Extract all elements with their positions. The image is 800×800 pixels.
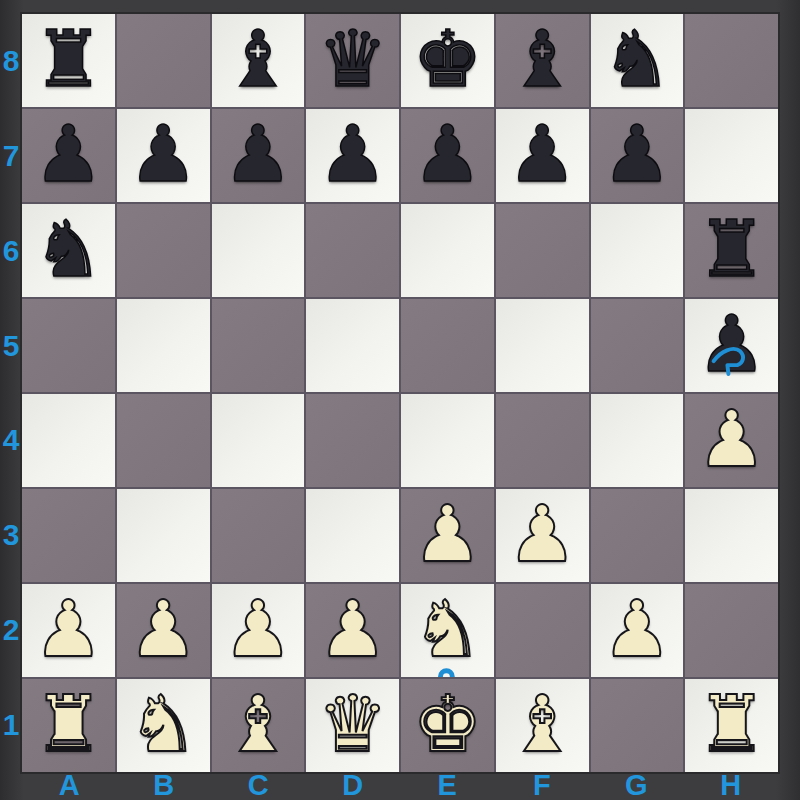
square-c7[interactable]: ♟ xyxy=(212,109,305,202)
square-b4[interactable] xyxy=(117,394,210,487)
square-c3[interactable] xyxy=(212,489,305,582)
piece-white-pawn[interactable]: ♟ xyxy=(318,590,388,668)
rank-label-3: 3 xyxy=(0,488,22,583)
piece-black-pawn[interactable]: ♟ xyxy=(223,115,293,193)
piece-black-queen[interactable]: ♛ xyxy=(318,20,388,98)
square-d3[interactable] xyxy=(306,489,399,582)
square-f8[interactable]: ♝ xyxy=(496,14,589,107)
square-c2[interactable]: ♟ xyxy=(212,584,305,677)
square-d8[interactable]: ♛ xyxy=(306,14,399,107)
piece-black-pawn[interactable]: ♟ xyxy=(602,115,672,193)
file-label-c: C xyxy=(211,770,306,800)
rank-label-7: 7 xyxy=(0,109,22,204)
file-label-a: A xyxy=(22,770,117,800)
piece-black-pawn[interactable]: ♟ xyxy=(412,115,482,193)
piece-black-pawn[interactable]: ♟ xyxy=(33,115,103,193)
square-g2[interactable]: ♟ xyxy=(591,584,684,677)
square-c6[interactable] xyxy=(212,204,305,297)
square-h2[interactable] xyxy=(685,584,778,677)
piece-black-knight[interactable]: ♞ xyxy=(33,210,103,288)
square-h1[interactable]: ♜ xyxy=(685,679,778,772)
square-b1[interactable]: ♞ xyxy=(117,679,210,772)
square-h3[interactable] xyxy=(685,489,778,582)
square-f4[interactable] xyxy=(496,394,589,487)
square-a5[interactable] xyxy=(22,299,115,392)
square-a8[interactable]: ♜ xyxy=(22,14,115,107)
rank-label-1: 1 xyxy=(0,677,22,772)
piece-black-pawn[interactable]: ♟ xyxy=(697,305,767,383)
piece-white-pawn[interactable]: ♟ xyxy=(128,590,198,668)
square-h7[interactable] xyxy=(685,109,778,202)
square-e3[interactable]: ♟ xyxy=(401,489,494,582)
piece-black-bishop[interactable]: ♝ xyxy=(507,20,577,98)
square-c5[interactable] xyxy=(212,299,305,392)
piece-white-queen[interactable]: ♛ xyxy=(318,685,388,763)
square-d6[interactable] xyxy=(306,204,399,297)
piece-white-pawn[interactable]: ♟ xyxy=(602,590,672,668)
piece-white-bishop[interactable]: ♝ xyxy=(507,685,577,763)
square-a2[interactable]: ♟ xyxy=(22,584,115,677)
square-a6[interactable]: ♞ xyxy=(22,204,115,297)
square-e1[interactable]: ♚ xyxy=(401,679,494,772)
rank-label-4: 4 xyxy=(0,393,22,488)
square-g3[interactable] xyxy=(591,489,684,582)
square-e4[interactable] xyxy=(401,394,494,487)
square-b2[interactable]: ♟ xyxy=(117,584,210,677)
square-f1[interactable]: ♝ xyxy=(496,679,589,772)
piece-white-rook[interactable]: ♜ xyxy=(697,685,767,763)
square-g7[interactable]: ♟ xyxy=(591,109,684,202)
board: ♜♝♛♚♝♞♟♟♟♟♟♟♟♞♜♟♟♟♟♟♟♟♟♞♟♜♞♝♛♚♝♜ xyxy=(22,14,778,772)
square-a3[interactable] xyxy=(22,489,115,582)
square-f2[interactable] xyxy=(496,584,589,677)
square-d2[interactable]: ♟ xyxy=(306,584,399,677)
square-b7[interactable]: ♟ xyxy=(117,109,210,202)
piece-white-knight[interactable]: ♞ xyxy=(412,590,482,668)
square-d4[interactable] xyxy=(306,394,399,487)
square-f6[interactable] xyxy=(496,204,589,297)
square-b5[interactable] xyxy=(117,299,210,392)
square-c4[interactable] xyxy=(212,394,305,487)
rank-label-5: 5 xyxy=(0,298,22,393)
square-g8[interactable]: ♞ xyxy=(591,14,684,107)
rank-label-2: 2 xyxy=(0,583,22,678)
file-label-b: B xyxy=(117,770,212,800)
piece-black-king[interactable]: ♚ xyxy=(412,20,482,98)
square-e6[interactable] xyxy=(401,204,494,297)
square-h6[interactable]: ♜ xyxy=(685,204,778,297)
square-b6[interactable] xyxy=(117,204,210,297)
square-a4[interactable] xyxy=(22,394,115,487)
square-h4[interactable]: ♟ xyxy=(685,394,778,487)
square-f3[interactable]: ♟ xyxy=(496,489,589,582)
file-label-h: H xyxy=(684,770,779,800)
square-d7[interactable]: ♟ xyxy=(306,109,399,202)
square-d1[interactable]: ♛ xyxy=(306,679,399,772)
piece-black-pawn[interactable]: ♟ xyxy=(128,115,198,193)
square-f7[interactable]: ♟ xyxy=(496,109,589,202)
square-g1[interactable] xyxy=(591,679,684,772)
square-c1[interactable]: ♝ xyxy=(212,679,305,772)
square-e8[interactable]: ♚ xyxy=(401,14,494,107)
chessboard-frame: ♜♝♛♚♝♞♟♟♟♟♟♟♟♞♜♟♟♟♟♟♟♟♟♞♟♜♞♝♛♚♝♜ 8765432… xyxy=(0,0,800,800)
file-label-e: E xyxy=(400,770,495,800)
square-b3[interactable] xyxy=(117,489,210,582)
square-a7[interactable]: ♟ xyxy=(22,109,115,202)
square-e7[interactable]: ♟ xyxy=(401,109,494,202)
piece-white-rook[interactable]: ♜ xyxy=(33,685,103,763)
square-e5[interactable] xyxy=(401,299,494,392)
square-h8[interactable] xyxy=(685,14,778,107)
piece-white-knight[interactable]: ♞ xyxy=(128,685,198,763)
piece-white-pawn[interactable]: ♟ xyxy=(697,400,767,478)
square-e2[interactable]: ♞ xyxy=(401,584,494,677)
piece-black-rook[interactable]: ♜ xyxy=(697,210,767,288)
square-g4[interactable] xyxy=(591,394,684,487)
piece-black-pawn[interactable]: ♟ xyxy=(318,115,388,193)
square-f5[interactable] xyxy=(496,299,589,392)
rank-label-8: 8 xyxy=(0,14,22,109)
piece-white-pawn[interactable]: ♟ xyxy=(412,495,482,573)
piece-white-pawn[interactable]: ♟ xyxy=(507,495,577,573)
file-label-f: F xyxy=(495,770,590,800)
piece-white-pawn[interactable]: ♟ xyxy=(33,590,103,668)
square-b8[interactable] xyxy=(117,14,210,107)
piece-white-king[interactable]: ♚ xyxy=(412,685,482,763)
square-h5[interactable]: ♟ xyxy=(685,299,778,392)
square-g5[interactable] xyxy=(591,299,684,392)
square-a1[interactable]: ♜ xyxy=(22,679,115,772)
piece-black-rook[interactable]: ♜ xyxy=(33,20,103,98)
square-g6[interactable] xyxy=(591,204,684,297)
square-d5[interactable] xyxy=(306,299,399,392)
piece-white-pawn[interactable]: ♟ xyxy=(223,590,293,668)
rank-label-6: 6 xyxy=(0,204,22,299)
file-label-g: G xyxy=(589,770,684,800)
piece-white-bishop[interactable]: ♝ xyxy=(223,685,293,763)
piece-black-pawn[interactable]: ♟ xyxy=(507,115,577,193)
piece-black-bishop[interactable]: ♝ xyxy=(223,20,293,98)
square-c8[interactable]: ♝ xyxy=(212,14,305,107)
file-label-d: D xyxy=(306,770,401,800)
piece-black-knight[interactable]: ♞ xyxy=(602,20,672,98)
